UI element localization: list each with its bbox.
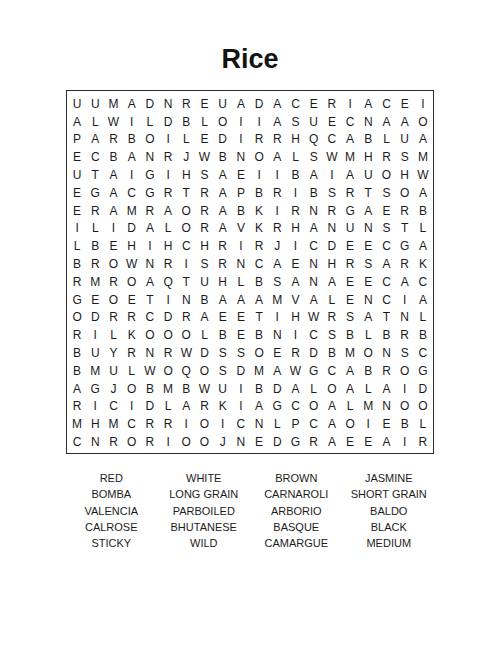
- grid-cell: D: [159, 309, 177, 327]
- grid-cell: O: [414, 113, 432, 131]
- grid-cell: E: [359, 433, 377, 451]
- grid-cell: C: [86, 148, 104, 166]
- grid-cell: A: [341, 131, 359, 149]
- grid-cell: C: [305, 326, 323, 344]
- grid-cell: O: [195, 433, 213, 451]
- grid-cell: B: [250, 380, 268, 398]
- grid-cell: K: [414, 255, 432, 273]
- grid-cell: O: [195, 362, 213, 380]
- grid-cell: B: [214, 326, 232, 344]
- grid-cell: R: [141, 433, 159, 451]
- grid-cell: E: [268, 344, 286, 362]
- grid-cell: R: [250, 131, 268, 149]
- grid-cell: L: [414, 309, 432, 327]
- grid-cell: L: [159, 220, 177, 238]
- grid-cell: O: [323, 380, 341, 398]
- grid-cell: W: [414, 166, 432, 184]
- grid-cell: A: [414, 237, 432, 255]
- grid-cell: O: [104, 255, 122, 273]
- grid-cell: V: [232, 220, 250, 238]
- grid-cell: A: [377, 113, 395, 131]
- grid-cell: C: [250, 255, 268, 273]
- grid-cell: O: [123, 380, 141, 398]
- grid-cell: D: [268, 433, 286, 451]
- grid-cell: G: [305, 362, 323, 380]
- grid-cell: B: [214, 148, 232, 166]
- grid-cell: B: [141, 380, 159, 398]
- grid-cell: O: [141, 326, 159, 344]
- grid-cell: G: [141, 184, 159, 202]
- grid-cell: R: [177, 309, 195, 327]
- grid-cell: N: [141, 255, 159, 273]
- grid-cell: T: [141, 291, 159, 309]
- grid-cell: C: [123, 184, 141, 202]
- grid-cell: I: [396, 433, 414, 451]
- grid-cell: O: [396, 184, 414, 202]
- grid-cell: B: [414, 202, 432, 220]
- grid-cell: R: [68, 273, 86, 291]
- grid-cell: R: [341, 184, 359, 202]
- grid-cell: B: [68, 344, 86, 362]
- grid-cell: D: [250, 95, 268, 113]
- grid-cell: H: [323, 255, 341, 273]
- grid-cell: A: [141, 273, 159, 291]
- grid-cell: R: [377, 148, 395, 166]
- grid-cell: I: [159, 433, 177, 451]
- grid-cell: I: [177, 255, 195, 273]
- grid-cell: G: [414, 362, 432, 380]
- word-list-item: PARBOILED: [158, 503, 251, 519]
- grid-cell: U: [86, 344, 104, 362]
- grid-cell: I: [86, 326, 104, 344]
- grid-cell: A: [214, 184, 232, 202]
- grid-cell: N: [268, 326, 286, 344]
- grid-cell: A: [68, 380, 86, 398]
- grid-cell: E: [68, 184, 86, 202]
- grid-cell: L: [359, 380, 377, 398]
- grid-cell: C: [341, 113, 359, 131]
- grid-cell: N: [159, 95, 177, 113]
- grid-cell: T: [177, 273, 195, 291]
- grid-cell: R: [141, 202, 159, 220]
- grid-cell: L: [286, 148, 304, 166]
- grid-cell: D: [141, 95, 159, 113]
- grid-cell: E: [195, 95, 213, 113]
- grid-cell: A: [214, 291, 232, 309]
- grid-cell: Q: [305, 131, 323, 149]
- grid-cell: J: [268, 237, 286, 255]
- grid-cell: I: [268, 309, 286, 327]
- grid-cell: G: [396, 237, 414, 255]
- grid-cell: K: [123, 326, 141, 344]
- grid-cell: S: [377, 184, 395, 202]
- grid-cell: N: [359, 113, 377, 131]
- grid-cell: R: [177, 95, 195, 113]
- grid-cell: R: [286, 202, 304, 220]
- grid-cell: E: [232, 166, 250, 184]
- grid-cell: O: [123, 433, 141, 451]
- puzzle-title: Rice: [0, 44, 500, 75]
- grid-cell: S: [195, 255, 213, 273]
- grid-cell: A: [414, 291, 432, 309]
- grid-cell: A: [359, 309, 377, 327]
- grid-cell: W: [195, 148, 213, 166]
- grid-cell: N: [250, 415, 268, 433]
- grid-cell: D: [414, 380, 432, 398]
- grid-cell: E: [359, 237, 377, 255]
- grid-cell: R: [305, 433, 323, 451]
- grid-cell: D: [323, 237, 341, 255]
- grid-cell: L: [195, 113, 213, 131]
- word-list-item: CALROSE: [65, 519, 158, 535]
- puzzle-page: Rice UUMADNREUADACERIACEIALWILDBLOIIASUE…: [0, 0, 500, 647]
- grid-cell: O: [214, 113, 232, 131]
- grid-cell: S: [214, 344, 232, 362]
- grid-cell: H: [177, 166, 195, 184]
- grid-cell: R: [195, 184, 213, 202]
- grid-cell: D: [159, 113, 177, 131]
- grid-cell: B: [341, 326, 359, 344]
- grid-cell: L: [414, 415, 432, 433]
- grid-cell: O: [250, 344, 268, 362]
- grid-cell: A: [214, 202, 232, 220]
- grid-cell: R: [268, 220, 286, 238]
- grid-cell: H: [195, 237, 213, 255]
- grid-cell: I: [286, 237, 304, 255]
- grid-cell: O: [250, 148, 268, 166]
- grid-cell: A: [377, 380, 395, 398]
- grid-cell: C: [68, 433, 86, 451]
- grid-cell: L: [86, 220, 104, 238]
- grid-cell: I: [268, 166, 286, 184]
- grid-cell: G: [68, 291, 86, 309]
- grid-cell: U: [195, 273, 213, 291]
- grid-cell: O: [359, 344, 377, 362]
- grid-cell: H: [286, 220, 304, 238]
- grid-cell: R: [86, 202, 104, 220]
- grid-cell: A: [286, 273, 304, 291]
- grid-cell: R: [159, 148, 177, 166]
- grid-cell: I: [359, 415, 377, 433]
- word-list: REDBOMBAVALENCIACALROSESTICKYWHITELONG G…: [65, 470, 435, 551]
- grid-cell: I: [123, 113, 141, 131]
- grid-cell: H: [123, 237, 141, 255]
- grid-cell: C: [323, 362, 341, 380]
- grid-cell: R: [323, 309, 341, 327]
- grid-cell: R: [195, 220, 213, 238]
- grid-cell: R: [286, 344, 304, 362]
- grid-cell: R: [323, 95, 341, 113]
- grid-cell: N: [377, 398, 395, 416]
- grid-cell: A: [159, 202, 177, 220]
- grid-cell: R: [68, 398, 86, 416]
- grid-cell: N: [359, 291, 377, 309]
- grid-cell: C: [141, 309, 159, 327]
- grid-cell: A: [250, 291, 268, 309]
- grid-cell: L: [104, 326, 122, 344]
- grid-cell: M: [250, 362, 268, 380]
- word-list-item: VALENCIA: [65, 503, 158, 519]
- grid-cell: I: [323, 166, 341, 184]
- grid-cell: U: [305, 113, 323, 131]
- grid-cell: S: [396, 344, 414, 362]
- grid-cell: A: [123, 95, 141, 113]
- grid-cell: O: [414, 398, 432, 416]
- grid-cell: B: [359, 362, 377, 380]
- grid-cell: W: [141, 362, 159, 380]
- grid-cell: I: [123, 166, 141, 184]
- grid-cell: E: [323, 113, 341, 131]
- grid-cell: E: [359, 273, 377, 291]
- grid-cell: A: [232, 95, 250, 113]
- grid-cell: T: [86, 166, 104, 184]
- grid-cell: U: [68, 95, 86, 113]
- word-list-item: JASMINE: [343, 470, 436, 486]
- grid-cell: R: [396, 202, 414, 220]
- grid-cell: A: [341, 380, 359, 398]
- grid-cell: A: [286, 380, 304, 398]
- grid-cell: B: [68, 362, 86, 380]
- grid-cell: I: [286, 326, 304, 344]
- grid-cell: J: [104, 380, 122, 398]
- grid-cell: L: [123, 362, 141, 380]
- grid-cell: P: [286, 415, 304, 433]
- grid-cell: B: [286, 166, 304, 184]
- grid-cell: O: [159, 326, 177, 344]
- grid-cell: C: [123, 415, 141, 433]
- grid-cell: R: [268, 131, 286, 149]
- grid-cell: T: [396, 220, 414, 238]
- grid-cell: C: [414, 344, 432, 362]
- grid-cell: O: [104, 291, 122, 309]
- grid-cell: D: [141, 398, 159, 416]
- grid-cell: I: [232, 113, 250, 131]
- grid-cell: E: [104, 237, 122, 255]
- grid-cell: W: [123, 255, 141, 273]
- grid-cell: U: [68, 166, 86, 184]
- grid-cell: E: [377, 415, 395, 433]
- grid-cell: I: [232, 131, 250, 149]
- grid-cell: N: [359, 220, 377, 238]
- grid-cell: L: [141, 113, 159, 131]
- grid-cell: N: [323, 220, 341, 238]
- grid-cell: K: [250, 220, 268, 238]
- grid-cell: A: [341, 166, 359, 184]
- grid-cell: R: [268, 184, 286, 202]
- grid-cell: G: [268, 398, 286, 416]
- grid-cell: K: [250, 202, 268, 220]
- grid-cell: O: [377, 166, 395, 184]
- grid-cell: T: [359, 184, 377, 202]
- grid-cell: C: [286, 95, 304, 113]
- grid-cell: H: [286, 309, 304, 327]
- grid-cell: C: [104, 398, 122, 416]
- grid-cell: A: [104, 202, 122, 220]
- grid-cell: A: [359, 202, 377, 220]
- grid-cell: Y: [104, 344, 122, 362]
- grid-cell: C: [377, 273, 395, 291]
- grid-cell: N: [86, 433, 104, 451]
- grid-cell: M: [86, 362, 104, 380]
- grid-cell: O: [68, 309, 86, 327]
- grid-cell: I: [141, 237, 159, 255]
- grid-cell: R: [123, 309, 141, 327]
- grid-cell: C: [286, 398, 304, 416]
- grid-cell: N: [305, 273, 323, 291]
- grid-cell: E: [341, 433, 359, 451]
- grid-cell: E: [232, 326, 250, 344]
- grid-cell: C: [377, 237, 395, 255]
- grid-cell: R: [104, 433, 122, 451]
- grid-cell: D: [86, 309, 104, 327]
- grid-cell: A: [305, 220, 323, 238]
- grid-cell: E: [341, 291, 359, 309]
- grid-cell: I: [68, 220, 86, 238]
- grid-cell: A: [123, 148, 141, 166]
- grid-cell: S: [286, 113, 304, 131]
- grid-cell: A: [141, 220, 159, 238]
- grid-cell: B: [359, 131, 377, 149]
- grid-cell: D: [123, 220, 141, 238]
- grid-cell: U: [396, 131, 414, 149]
- grid-cell: A: [305, 166, 323, 184]
- grid-cell: A: [86, 131, 104, 149]
- grid-cell: I: [177, 415, 195, 433]
- grid-cell: A: [104, 184, 122, 202]
- grid-cell: T: [250, 309, 268, 327]
- grid-cell: B: [377, 326, 395, 344]
- word-list-item: SHORT GRAIN: [343, 486, 436, 502]
- word-list-column-1: REDBOMBAVALENCIACALROSESTICKY: [65, 470, 158, 551]
- grid-cell: E: [286, 255, 304, 273]
- grid-cell: M: [104, 415, 122, 433]
- grid-cell: B: [177, 380, 195, 398]
- grid-cell: W: [195, 380, 213, 398]
- grid-cell: N: [305, 202, 323, 220]
- grid-cell: R: [159, 344, 177, 362]
- grid-cell: A: [232, 291, 250, 309]
- grid-cell: L: [359, 326, 377, 344]
- word-list-item: BOMBA: [65, 486, 158, 502]
- grid-cell: H: [396, 166, 414, 184]
- grid-cell: N: [177, 291, 195, 309]
- word-list-column-2: WHITELONG GRAINPARBOILEDBHUTANESEWILD: [158, 470, 251, 551]
- word-list-item: BALDO: [343, 503, 436, 519]
- grid-cell: E: [341, 237, 359, 255]
- grid-cell: L: [268, 415, 286, 433]
- grid-cell: W: [286, 362, 304, 380]
- grid-cell: H: [86, 415, 104, 433]
- grid-cell: Q: [177, 362, 195, 380]
- grid-cell: N: [232, 255, 250, 273]
- grid-cell: A: [250, 398, 268, 416]
- grid-cell: G: [341, 202, 359, 220]
- grid-cell: I: [232, 380, 250, 398]
- grid-cell: G: [86, 380, 104, 398]
- grid-cell: E: [123, 291, 141, 309]
- grid-cell: O: [396, 362, 414, 380]
- grid-cell: B: [104, 148, 122, 166]
- word-list-column-3: BROWNCARNAROLIARBORIOBASQUECAMARGUE: [250, 470, 343, 551]
- grid-cell: L: [86, 113, 104, 131]
- grid-cell: I: [159, 291, 177, 309]
- grid-cell: E: [68, 202, 86, 220]
- grid-cell: B: [250, 326, 268, 344]
- grid-cell: B: [305, 184, 323, 202]
- grid-cell: J: [214, 433, 232, 451]
- grid-cell: L: [68, 237, 86, 255]
- grid-cell: D: [214, 131, 232, 149]
- grid-cell: A: [396, 273, 414, 291]
- grid-cell: S: [195, 166, 213, 184]
- grid-cell: C: [414, 273, 432, 291]
- grid-cell: M: [359, 398, 377, 416]
- grid-cell: R: [68, 326, 86, 344]
- grid-cell: S: [341, 309, 359, 327]
- grid-cell: E: [68, 148, 86, 166]
- grid-cell: O: [159, 362, 177, 380]
- grid-cell: S: [377, 220, 395, 238]
- grid-cell: L: [414, 220, 432, 238]
- grid-cell: B: [86, 237, 104, 255]
- grid-cell: I: [396, 380, 414, 398]
- word-list-item: ARBORIO: [250, 503, 343, 519]
- grid-cell: H: [214, 273, 232, 291]
- grid-cell: R: [123, 344, 141, 362]
- grid-cell: O: [177, 433, 195, 451]
- word-list-item: WHITE: [158, 470, 251, 486]
- grid-cell: R: [323, 202, 341, 220]
- grid-cell: E: [396, 95, 414, 113]
- grid-cell: E: [377, 202, 395, 220]
- grid-cell: U: [359, 166, 377, 184]
- grid-cell: U: [214, 380, 232, 398]
- grid-cell: A: [377, 433, 395, 451]
- grid-cell: C: [305, 415, 323, 433]
- grid-cell: L: [232, 273, 250, 291]
- grid-cell: N: [232, 148, 250, 166]
- grid-cell: L: [341, 398, 359, 416]
- grid-cell: N: [141, 148, 159, 166]
- grid-cell: U: [214, 95, 232, 113]
- word-list-item: BROWN: [250, 470, 343, 486]
- grid-cell: C: [232, 415, 250, 433]
- word-list-item: BHUTANESE: [158, 519, 251, 535]
- grid-cell: N: [377, 344, 395, 362]
- grid-cell: C: [305, 237, 323, 255]
- grid-cell: D: [195, 344, 213, 362]
- word-list-item: CAMARGUE: [250, 535, 343, 551]
- grid-cell: A: [268, 95, 286, 113]
- grid-cell: A: [359, 95, 377, 113]
- grid-cell: A: [68, 113, 86, 131]
- grid-cell: B: [177, 113, 195, 131]
- grid-cell: N: [396, 309, 414, 327]
- grid-cell: P: [232, 184, 250, 202]
- grid-cell: B: [323, 344, 341, 362]
- grid-cell: U: [104, 362, 122, 380]
- grid-cell: T: [377, 309, 395, 327]
- grid-cell: A: [323, 433, 341, 451]
- grid-cell: B: [250, 273, 268, 291]
- grid-cell: L: [195, 326, 213, 344]
- grid-cell: E: [86, 291, 104, 309]
- grid-cell: A: [377, 255, 395, 273]
- grid-cell: A: [104, 166, 122, 184]
- grid-cell: B: [123, 131, 141, 149]
- grid-cell: L: [159, 398, 177, 416]
- grid-cell: M: [341, 148, 359, 166]
